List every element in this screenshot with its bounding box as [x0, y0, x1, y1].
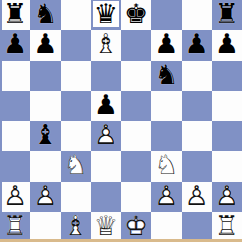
- white-piece-outline: ♘: [64, 150, 88, 180]
- black-piece-glyph: ♟: [154, 29, 178, 59]
- square-f2[interactable]: ♟♙: [151, 182, 181, 212]
- square-g6[interactable]: [182, 61, 212, 91]
- square-a7[interactable]: ♟: [0, 30, 30, 60]
- piece-white-pawn[interactable]: ♟♙: [30, 182, 60, 212]
- black-piece-glyph: ♛: [94, 0, 118, 29]
- piece-black-knight[interactable]: ♞: [30, 0, 60, 30]
- piece-black-pawn[interactable]: ♟: [0, 30, 30, 60]
- white-piece-outline: ♕: [94, 211, 118, 241]
- white-piece-outline: ♘: [154, 150, 178, 180]
- black-piece-glyph: ♞: [33, 0, 57, 29]
- square-c2[interactable]: [61, 182, 91, 212]
- black-piece-glyph: ♟: [185, 29, 209, 59]
- piece-white-queen[interactable]: ♛♕: [91, 212, 121, 242]
- square-c8[interactable]: [61, 0, 91, 30]
- square-h1[interactable]: ♜♖: [212, 212, 242, 242]
- square-g1[interactable]: [182, 212, 212, 242]
- white-piece-outline: ♖: [215, 211, 239, 241]
- piece-white-pawn[interactable]: ♟♙: [212, 182, 242, 212]
- piece-black-pawn[interactable]: ♟: [151, 30, 181, 60]
- square-f3[interactable]: ♞♘: [151, 151, 181, 181]
- white-piece-outline: ♙: [215, 180, 239, 210]
- piece-white-pawn[interactable]: ♟♙: [0, 182, 30, 212]
- piece-white-pawn[interactable]: ♟♙: [182, 182, 212, 212]
- piece-black-pawn[interactable]: ♟: [91, 91, 121, 121]
- square-b4[interactable]: ♝: [30, 121, 60, 151]
- white-piece-outline: ♙: [3, 180, 27, 210]
- black-piece-glyph: ♞: [154, 59, 178, 89]
- square-h2[interactable]: ♟♙: [212, 182, 242, 212]
- white-piece-outline: ♖: [3, 211, 27, 241]
- piece-black-bishop[interactable]: ♝: [30, 121, 60, 151]
- piece-black-king[interactable]: ♚: [121, 0, 151, 30]
- square-a2[interactable]: ♟♙: [0, 182, 30, 212]
- square-e7[interactable]: [121, 30, 151, 60]
- piece-white-knight[interactable]: ♞♘: [61, 151, 91, 181]
- square-a8[interactable]: ♜: [0, 0, 30, 30]
- square-d4[interactable]: ♟♙: [91, 121, 121, 151]
- white-piece-outline: ♙: [154, 180, 178, 210]
- square-h4[interactable]: [212, 121, 242, 151]
- square-d3[interactable]: [91, 151, 121, 181]
- square-f7[interactable]: ♟: [151, 30, 181, 60]
- piece-white-rook[interactable]: ♜♖: [212, 212, 242, 242]
- square-d6[interactable]: [91, 61, 121, 91]
- square-a1[interactable]: ♜♖: [0, 212, 30, 242]
- piece-black-rook[interactable]: ♜: [0, 0, 30, 30]
- black-piece-glyph: ♜: [215, 0, 239, 29]
- black-piece-glyph: ♟: [33, 29, 57, 59]
- square-e3[interactable]: [121, 151, 151, 181]
- square-b1[interactable]: [30, 212, 60, 242]
- square-b5[interactable]: [30, 91, 60, 121]
- square-a6[interactable]: [0, 61, 30, 91]
- piece-white-bishop[interactable]: ♝♗: [91, 30, 121, 60]
- square-f1[interactable]: [151, 212, 181, 242]
- square-e8[interactable]: ♚: [121, 0, 151, 30]
- black-piece-glyph: ♚: [124, 0, 148, 29]
- black-piece-glyph: ♟: [3, 29, 27, 59]
- square-g7[interactable]: ♟: [182, 30, 212, 60]
- black-piece-glyph: ♝: [33, 120, 57, 150]
- square-d1[interactable]: ♛♕: [91, 212, 121, 242]
- piece-white-knight[interactable]: ♞♘: [151, 151, 181, 181]
- piece-black-queen[interactable]: ♛: [91, 0, 121, 30]
- square-h5[interactable]: [212, 91, 242, 121]
- square-b3[interactable]: [30, 151, 60, 181]
- square-d7[interactable]: ♝♗: [91, 30, 121, 60]
- square-h3[interactable]: [212, 151, 242, 181]
- square-d5[interactable]: ♟: [91, 91, 121, 121]
- square-f4[interactable]: [151, 121, 181, 151]
- square-c5[interactable]: [61, 91, 91, 121]
- square-e2[interactable]: [121, 182, 151, 212]
- square-g3[interactable]: [182, 151, 212, 181]
- square-e5[interactable]: [121, 91, 151, 121]
- board-grid: ♜♞♛♚♜♟♟♝♗♟♟♟♞♟♝♟♙♞♘♞♘♟♙♟♙♟♙♟♙♟♙♜♖♝♗♛♕♚♔♜…: [0, 0, 242, 242]
- square-b6[interactable]: [30, 61, 60, 91]
- square-g5[interactable]: [182, 91, 212, 121]
- square-f5[interactable]: [151, 91, 181, 121]
- square-h6[interactable]: [212, 61, 242, 91]
- white-piece-outline: ♙: [94, 120, 118, 150]
- square-a5[interactable]: [0, 91, 30, 121]
- square-b2[interactable]: ♟♙: [30, 182, 60, 212]
- square-a3[interactable]: [0, 151, 30, 181]
- piece-white-pawn[interactable]: ♟♙: [151, 182, 181, 212]
- piece-white-rook[interactable]: ♜♖: [0, 212, 30, 242]
- white-piece-outline: ♙: [33, 180, 57, 210]
- white-piece-outline: ♗: [64, 211, 88, 241]
- piece-white-pawn[interactable]: ♟♙: [91, 121, 121, 151]
- piece-black-knight[interactable]: ♞: [151, 61, 181, 91]
- white-piece-outline: ♙: [185, 180, 209, 210]
- square-e4[interactable]: [121, 121, 151, 151]
- square-e6[interactable]: [121, 61, 151, 91]
- piece-black-pawn[interactable]: ♟: [212, 30, 242, 60]
- square-f6[interactable]: ♞: [151, 61, 181, 91]
- square-c1[interactable]: ♝♗: [61, 212, 91, 242]
- square-h7[interactable]: ♟: [212, 30, 242, 60]
- piece-black-pawn[interactable]: ♟: [30, 30, 60, 60]
- square-d2[interactable]: [91, 182, 121, 212]
- square-f8[interactable]: [151, 0, 181, 30]
- square-c7[interactable]: [61, 30, 91, 60]
- square-c3[interactable]: ♞♘: [61, 151, 91, 181]
- black-piece-glyph: ♜: [3, 0, 27, 29]
- square-e1[interactable]: ♚♔: [121, 212, 151, 242]
- piece-black-pawn[interactable]: ♟: [182, 30, 212, 60]
- chess-board: ♜♞♛♚♜♟♟♝♗♟♟♟♞♟♝♟♙♞♘♞♘♟♙♟♙♟♙♟♙♟♙♜♖♝♗♛♕♚♔♜…: [0, 0, 242, 242]
- white-piece-outline: ♔: [124, 211, 148, 241]
- square-d8[interactable]: ♛: [91, 0, 121, 30]
- piece-white-bishop[interactable]: ♝♗: [61, 212, 91, 242]
- square-h8[interactable]: ♜: [212, 0, 242, 30]
- square-b7[interactable]: ♟: [30, 30, 60, 60]
- square-c4[interactable]: [61, 121, 91, 151]
- square-a4[interactable]: [0, 121, 30, 151]
- piece-black-rook[interactable]: ♜: [212, 0, 242, 30]
- square-b8[interactable]: ♞: [30, 0, 60, 30]
- square-g8[interactable]: [182, 0, 212, 30]
- black-piece-glyph: ♟: [94, 90, 118, 120]
- black-piece-glyph: ♟: [215, 29, 239, 59]
- square-g4[interactable]: [182, 121, 212, 151]
- white-piece-outline: ♗: [94, 29, 118, 59]
- square-g2[interactable]: ♟♙: [182, 182, 212, 212]
- square-c6[interactable]: [61, 61, 91, 91]
- piece-white-king[interactable]: ♚♔: [121, 212, 151, 242]
